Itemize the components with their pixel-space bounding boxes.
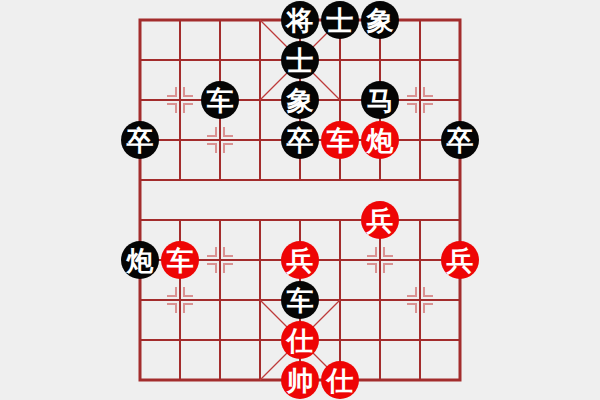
piece-black-cannon[interactable]: 炮 [121, 241, 159, 279]
intersection-r9c0[interactable] [120, 360, 160, 400]
intersection-r2c4[interactable]: 象 [280, 80, 320, 120]
piece-black-advisor[interactable]: 士 [281, 41, 319, 79]
intersection-r4c3[interactable] [240, 160, 280, 200]
piece-black-elephant[interactable]: 象 [281, 81, 319, 119]
piece-black-soldier[interactable]: 卒 [121, 121, 159, 159]
intersection-r6c0[interactable]: 炮 [120, 240, 160, 280]
piece-red-cannon[interactable]: 炮 [361, 121, 399, 159]
piece-red-advisor[interactable]: 仕 [281, 321, 319, 359]
intersection-r9c2[interactable] [200, 360, 240, 400]
intersection-r8c7[interactable] [400, 320, 440, 360]
intersection-r9c8[interactable] [440, 360, 480, 400]
intersection-r7c5[interactable] [320, 280, 360, 320]
intersection-r3c7[interactable] [400, 120, 440, 160]
intersection-r0c8[interactable] [440, 0, 480, 40]
intersection-r3c2[interactable] [200, 120, 240, 160]
intersection-r6c5[interactable] [320, 240, 360, 280]
piece-red-general[interactable]: 帅 [281, 361, 319, 399]
piece-black-soldier[interactable]: 卒 [281, 121, 319, 159]
intersection-r0c2[interactable] [200, 0, 240, 40]
piece-black-elephant[interactable]: 象 [361, 1, 399, 39]
intersection-r5c6[interactable]: 兵 [360, 200, 400, 240]
piece-red-advisor[interactable]: 仕 [321, 361, 359, 399]
piece-red-soldier[interactable]: 兵 [361, 201, 399, 239]
piece-black-chariot[interactable]: 车 [201, 81, 239, 119]
board-intersections: 将士象士车象马卒卒车炮卒兵炮车兵兵车仕帅仕 [120, 0, 480, 400]
intersection-r0c6[interactable]: 象 [360, 0, 400, 40]
intersection-r1c5[interactable] [320, 40, 360, 80]
intersection-r2c0[interactable] [120, 80, 160, 120]
piece-red-chariot[interactable]: 车 [321, 121, 359, 159]
intersection-r6c7[interactable] [400, 240, 440, 280]
intersection-r5c2[interactable] [200, 200, 240, 240]
intersection-r0c1[interactable] [160, 0, 200, 40]
intersection-r6c8[interactable]: 兵 [440, 240, 480, 280]
intersection-r8c1[interactable] [160, 320, 200, 360]
intersection-r5c3[interactable] [240, 200, 280, 240]
intersection-r0c0[interactable] [120, 0, 160, 40]
intersection-r1c6[interactable] [360, 40, 400, 80]
intersection-r1c0[interactable] [120, 40, 160, 80]
intersection-r4c0[interactable] [120, 160, 160, 200]
intersection-r1c3[interactable] [240, 40, 280, 80]
intersection-r7c7[interactable] [400, 280, 440, 320]
intersection-r8c4[interactable]: 仕 [280, 320, 320, 360]
intersection-r3c1[interactable] [160, 120, 200, 160]
intersection-r5c8[interactable] [440, 200, 480, 240]
piece-black-chariot[interactable]: 车 [281, 281, 319, 319]
intersection-r9c4[interactable]: 帅 [280, 360, 320, 400]
intersection-r4c5[interactable] [320, 160, 360, 200]
intersection-r2c5[interactable] [320, 80, 360, 120]
intersection-r1c1[interactable] [160, 40, 200, 80]
intersection-r4c7[interactable] [400, 160, 440, 200]
xiangqi-board: 将士象士车象马卒卒车炮卒兵炮车兵兵车仕帅仕 [0, 0, 600, 400]
intersection-r0c5[interactable]: 士 [320, 0, 360, 40]
intersection-r7c3[interactable] [240, 280, 280, 320]
intersection-r4c4[interactable] [280, 160, 320, 200]
intersection-r3c5[interactable]: 车 [320, 120, 360, 160]
intersection-r8c0[interactable] [120, 320, 160, 360]
intersection-r7c0[interactable] [120, 280, 160, 320]
intersection-r5c5[interactable] [320, 200, 360, 240]
intersection-r4c2[interactable] [200, 160, 240, 200]
intersection-r9c5[interactable]: 仕 [320, 360, 360, 400]
intersection-r2c8[interactable] [440, 80, 480, 120]
piece-red-chariot[interactable]: 车 [161, 241, 199, 279]
intersection-r0c4[interactable]: 将 [280, 0, 320, 40]
intersection-r4c8[interactable] [440, 160, 480, 200]
intersection-r3c3[interactable] [240, 120, 280, 160]
intersection-r2c2[interactable]: 车 [200, 80, 240, 120]
intersection-r9c1[interactable] [160, 360, 200, 400]
intersection-r6c1[interactable]: 车 [160, 240, 200, 280]
intersection-r4c6[interactable] [360, 160, 400, 200]
intersection-r7c1[interactable] [160, 280, 200, 320]
intersection-r8c2[interactable] [200, 320, 240, 360]
intersection-r7c4[interactable]: 车 [280, 280, 320, 320]
piece-red-soldier[interactable]: 兵 [441, 241, 479, 279]
intersection-r1c8[interactable] [440, 40, 480, 80]
intersection-r6c3[interactable] [240, 240, 280, 280]
intersection-r6c2[interactable] [200, 240, 240, 280]
intersection-r8c3[interactable] [240, 320, 280, 360]
piece-black-general[interactable]: 将 [281, 1, 319, 39]
intersection-r3c0[interactable]: 卒 [120, 120, 160, 160]
intersection-r5c1[interactable] [160, 200, 200, 240]
piece-black-advisor[interactable]: 士 [321, 1, 359, 39]
intersection-r3c6[interactable]: 炮 [360, 120, 400, 160]
intersection-r0c7[interactable] [400, 0, 440, 40]
intersection-r9c6[interactable] [360, 360, 400, 400]
intersection-r5c7[interactable] [400, 200, 440, 240]
intersection-r3c4[interactable]: 卒 [280, 120, 320, 160]
intersection-r7c2[interactable] [200, 280, 240, 320]
intersection-r9c7[interactable] [400, 360, 440, 400]
intersection-r1c4[interactable]: 士 [280, 40, 320, 80]
piece-black-horse[interactable]: 马 [361, 81, 399, 119]
intersection-r3c8[interactable]: 卒 [440, 120, 480, 160]
piece-red-soldier[interactable]: 兵 [281, 241, 319, 279]
intersection-r1c2[interactable] [200, 40, 240, 80]
intersection-r9c3[interactable] [240, 360, 280, 400]
intersection-r1c7[interactable] [400, 40, 440, 80]
intersection-r6c4[interactable]: 兵 [280, 240, 320, 280]
intersection-r8c8[interactable] [440, 320, 480, 360]
intersection-r0c3[interactable] [240, 0, 280, 40]
intersection-r2c7[interactable] [400, 80, 440, 120]
intersection-r2c3[interactable] [240, 80, 280, 120]
piece-black-soldier[interactable]: 卒 [441, 121, 479, 159]
intersection-r2c1[interactable] [160, 80, 200, 120]
intersection-r8c5[interactable] [320, 320, 360, 360]
intersection-r7c8[interactable] [440, 280, 480, 320]
intersection-r5c4[interactable] [280, 200, 320, 240]
intersection-r2c6[interactable]: 马 [360, 80, 400, 120]
intersection-r8c6[interactable] [360, 320, 400, 360]
intersection-r7c6[interactable] [360, 280, 400, 320]
intersection-r6c6[interactable] [360, 240, 400, 280]
intersection-r5c0[interactable] [120, 200, 160, 240]
intersection-r4c1[interactable] [160, 160, 200, 200]
